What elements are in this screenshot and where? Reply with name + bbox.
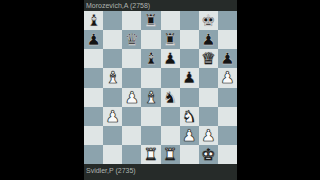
white-player-label: Svidler,P (2735) bbox=[86, 167, 136, 174]
square-d2[interactable] bbox=[141, 126, 160, 145]
square-d5[interactable] bbox=[141, 68, 160, 87]
piece-white-king: ♚ bbox=[201, 145, 215, 164]
piece-black-pawn: ♟ bbox=[86, 30, 100, 49]
piece-white-queen: ♛ bbox=[201, 49, 215, 68]
piece-black-queen: ♛ bbox=[125, 30, 139, 49]
square-h3[interactable] bbox=[218, 107, 237, 126]
video-frame: Morozevich,A (2758) ♝♜♚♟♛♜♟♝♟♛♟♝♟♟♟♝♞♟♞♟… bbox=[0, 0, 320, 180]
square-a1[interactable] bbox=[84, 145, 103, 164]
piece-white-pawn: ♟ bbox=[106, 107, 120, 126]
square-c2[interactable] bbox=[122, 126, 141, 145]
black-player-label: Morozevich,A (2758) bbox=[86, 2, 150, 10]
square-e7[interactable]: ♜ bbox=[161, 30, 180, 49]
piece-black-bishop: ♝ bbox=[86, 11, 100, 30]
square-e3[interactable] bbox=[161, 107, 180, 126]
piece-black-king: ♚ bbox=[201, 11, 215, 30]
square-a3[interactable] bbox=[84, 107, 103, 126]
square-a2[interactable] bbox=[84, 126, 103, 145]
square-c3[interactable] bbox=[122, 107, 141, 126]
square-c7[interactable]: ♛ bbox=[122, 30, 141, 49]
square-b8[interactable] bbox=[103, 11, 122, 30]
square-e6[interactable]: ♟ bbox=[161, 49, 180, 68]
square-e5[interactable] bbox=[161, 68, 180, 87]
square-f3[interactable]: ♞ bbox=[180, 107, 199, 126]
square-f8[interactable] bbox=[180, 11, 199, 30]
square-h7[interactable] bbox=[218, 30, 237, 49]
square-d6[interactable]: ♝ bbox=[141, 49, 160, 68]
piece-black-pawn: ♟ bbox=[220, 49, 234, 68]
square-a8[interactable]: ♝ bbox=[84, 11, 103, 30]
piece-black-rook: ♜ bbox=[163, 30, 177, 49]
piece-white-pawn: ♟ bbox=[125, 88, 139, 107]
black-player-bar: Morozevich,A (2758) bbox=[84, 0, 237, 11]
square-a4[interactable] bbox=[84, 88, 103, 107]
square-f6[interactable] bbox=[180, 49, 199, 68]
square-b1[interactable] bbox=[103, 145, 122, 164]
square-b6[interactable] bbox=[103, 49, 122, 68]
square-b2[interactable] bbox=[103, 126, 122, 145]
square-e8[interactable] bbox=[161, 11, 180, 30]
square-a5[interactable] bbox=[84, 68, 103, 87]
square-g2[interactable]: ♟ bbox=[199, 126, 218, 145]
square-d3[interactable] bbox=[141, 107, 160, 126]
piece-white-bishop: ♝ bbox=[106, 68, 120, 87]
piece-white-pawn: ♟ bbox=[220, 68, 234, 87]
square-c8[interactable] bbox=[122, 11, 141, 30]
square-h1[interactable] bbox=[218, 145, 237, 164]
white-player-bar: Svidler,P (2735) bbox=[84, 164, 237, 180]
square-g7[interactable]: ♟ bbox=[199, 30, 218, 49]
square-f4[interactable] bbox=[180, 88, 199, 107]
chess-board: ♝♜♚♟♛♜♟♝♟♛♟♝♟♟♟♝♞♟♞♟♟♜♜♚ bbox=[84, 11, 237, 164]
square-f1[interactable] bbox=[180, 145, 199, 164]
square-c4[interactable]: ♟ bbox=[122, 88, 141, 107]
square-d4[interactable]: ♝ bbox=[141, 88, 160, 107]
square-f7[interactable] bbox=[180, 30, 199, 49]
square-e2[interactable] bbox=[161, 126, 180, 145]
square-g5[interactable] bbox=[199, 68, 218, 87]
square-c6[interactable] bbox=[122, 49, 141, 68]
square-d1[interactable]: ♜ bbox=[141, 145, 160, 164]
square-h4[interactable] bbox=[218, 88, 237, 107]
piece-black-pawn: ♟ bbox=[163, 49, 177, 68]
square-b5[interactable]: ♝ bbox=[103, 68, 122, 87]
piece-black-pawn: ♟ bbox=[201, 30, 215, 49]
square-h8[interactable] bbox=[218, 11, 237, 30]
square-c5[interactable] bbox=[122, 68, 141, 87]
piece-white-pawn: ♟ bbox=[201, 126, 215, 145]
piece-white-pawn: ♟ bbox=[182, 126, 196, 145]
chess-broadcast-panel: Morozevich,A (2758) ♝♜♚♟♛♜♟♝♟♛♟♝♟♟♟♝♞♟♞♟… bbox=[84, 0, 237, 180]
square-g8[interactable]: ♚ bbox=[199, 11, 218, 30]
square-g3[interactable] bbox=[199, 107, 218, 126]
square-g1[interactable]: ♚ bbox=[199, 145, 218, 164]
square-d8[interactable]: ♜ bbox=[141, 11, 160, 30]
piece-white-rook: ♜ bbox=[163, 145, 177, 164]
square-e1[interactable]: ♜ bbox=[161, 145, 180, 164]
piece-black-pawn: ♟ bbox=[182, 68, 196, 87]
piece-black-knight: ♞ bbox=[163, 88, 177, 107]
square-c1[interactable] bbox=[122, 145, 141, 164]
piece-white-knight: ♞ bbox=[182, 107, 196, 126]
square-h5[interactable]: ♟ bbox=[218, 68, 237, 87]
square-a6[interactable] bbox=[84, 49, 103, 68]
square-h2[interactable] bbox=[218, 126, 237, 145]
square-d7[interactable] bbox=[141, 30, 160, 49]
square-b3[interactable]: ♟ bbox=[103, 107, 122, 126]
square-a7[interactable]: ♟ bbox=[84, 30, 103, 49]
square-f5[interactable]: ♟ bbox=[180, 68, 199, 87]
square-h6[interactable]: ♟ bbox=[218, 49, 237, 68]
square-g4[interactable] bbox=[199, 88, 218, 107]
square-g6[interactable]: ♛ bbox=[199, 49, 218, 68]
square-b7[interactable] bbox=[103, 30, 122, 49]
piece-black-bishop: ♝ bbox=[144, 49, 158, 68]
square-f2[interactable]: ♟ bbox=[180, 126, 199, 145]
piece-black-rook: ♜ bbox=[144, 11, 158, 30]
piece-white-bishop: ♝ bbox=[144, 88, 158, 107]
piece-white-rook: ♜ bbox=[144, 145, 158, 164]
square-b4[interactable] bbox=[103, 88, 122, 107]
square-e4[interactable]: ♞ bbox=[161, 88, 180, 107]
